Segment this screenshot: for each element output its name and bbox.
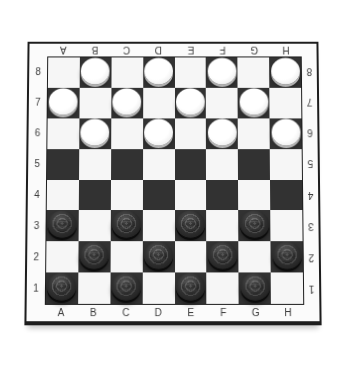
square-f2[interactable]: ⛂	[207, 241, 239, 272]
piece-black-f2[interactable]: ⛂	[208, 242, 237, 269]
white-man-glyph: ⛀	[244, 91, 262, 113]
square-a5[interactable]	[47, 149, 79, 180]
square-b1[interactable]	[78, 273, 110, 304]
rank-label-right-7: 7	[302, 87, 317, 118]
file-label-top-b: B	[79, 44, 111, 57]
white-man-glyph: ⛀	[149, 121, 167, 143]
piece-white-d6[interactable]: ⛀	[144, 119, 173, 146]
square-c8[interactable]	[111, 57, 143, 87]
file-label-top-g: G	[238, 44, 270, 57]
piece-black-e3[interactable]: ⛂	[176, 211, 205, 238]
white-man-glyph: ⛀	[276, 60, 294, 82]
square-d5[interactable]	[143, 149, 175, 180]
piece-black-g1[interactable]: ⛂	[240, 273, 269, 300]
file-label-bottom-d: D	[142, 305, 174, 321]
square-h4[interactable]	[270, 180, 302, 211]
file-label-bottom-a: A	[45, 305, 78, 321]
square-g7[interactable]: ⛀	[238, 88, 270, 118]
square-b6[interactable]: ⛀	[79, 118, 111, 149]
file-label-top-h: H	[270, 44, 302, 57]
left-rank-labels: 87654321	[27, 56, 48, 304]
black-man-glyph: ⛂	[117, 213, 136, 235]
square-c1[interactable]: ⛂	[110, 273, 142, 304]
file-label-top-c: C	[111, 44, 143, 57]
rank-label-left-8: 8	[29, 56, 47, 87]
square-g8[interactable]	[238, 57, 270, 87]
file-label-bottom-h: H	[272, 305, 305, 321]
rank-label-right-1: 1	[304, 273, 319, 305]
piece-black-d2[interactable]: ⛂	[144, 242, 173, 269]
square-f8[interactable]: ⛀	[206, 57, 238, 87]
file-label-bottom-f: F	[207, 305, 240, 321]
file-label-bottom-b: B	[77, 305, 110, 321]
square-c6[interactable]	[111, 118, 143, 149]
piece-black-g3[interactable]: ⛂	[240, 211, 269, 238]
piece-white-a7[interactable]: ⛀	[49, 88, 78, 115]
square-d7[interactable]	[143, 88, 175, 118]
top-file-labels: ABCDEFGH	[47, 44, 302, 57]
square-h5[interactable]	[270, 149, 302, 180]
square-d3[interactable]	[142, 210, 174, 241]
square-g3[interactable]: ⛂	[238, 210, 270, 241]
square-g1[interactable]: ⛂	[239, 273, 271, 304]
file-label-top-e: E	[174, 44, 206, 57]
piece-white-g7[interactable]: ⛀	[239, 88, 268, 115]
square-f1[interactable]	[207, 273, 239, 304]
piece-white-f6[interactable]: ⛀	[208, 119, 237, 146]
square-g6[interactable]	[238, 118, 270, 149]
square-e2[interactable]	[175, 241, 207, 272]
piece-white-b6[interactable]: ⛀	[81, 119, 110, 146]
rank-label-right-8: 8	[302, 56, 317, 87]
square-e3[interactable]: ⛂	[175, 210, 207, 241]
square-a4[interactable]	[47, 180, 79, 211]
rank-label-left-5: 5	[28, 149, 46, 180]
black-man-glyph: ⛂	[149, 244, 168, 266]
rank-label-right-3: 3	[303, 211, 318, 242]
right-rank-labels: 87654321	[302, 56, 320, 304]
rank-label-left-7: 7	[29, 87, 47, 118]
piece-black-e1[interactable]: ⛂	[176, 273, 205, 300]
square-f6[interactable]: ⛀	[206, 118, 238, 149]
white-man-glyph: ⛀	[86, 60, 104, 82]
piece-white-h6[interactable]: ⛀	[271, 119, 300, 146]
checkers-board: ABCDEFGH 87654321 ⛀⛀⛀⛀⛀⛀⛀⛀⛀⛀⛀⛀⛂⛂⛂⛂⛂⛂⛂⛂⛂⛂…	[24, 42, 321, 326]
square-f5[interactable]	[206, 149, 238, 180]
black-man-glyph: ⛂	[117, 276, 136, 298]
square-f4[interactable]	[206, 180, 238, 211]
square-b2[interactable]: ⛂	[78, 241, 110, 272]
square-h7[interactable]	[269, 88, 301, 118]
file-label-bottom-e: E	[175, 305, 207, 321]
square-e8[interactable]	[174, 57, 206, 87]
piece-black-a3[interactable]: ⛂	[48, 211, 77, 238]
square-a6[interactable]	[47, 118, 79, 149]
file-label-top-a: A	[47, 44, 79, 57]
square-f3[interactable]	[206, 210, 238, 241]
white-man-glyph: ⛀	[276, 121, 295, 143]
piece-black-h2[interactable]: ⛂	[272, 242, 301, 269]
piece-black-c1[interactable]: ⛂	[112, 273, 141, 300]
rank-label-left-4: 4	[28, 180, 46, 211]
white-man-glyph: ⛀	[213, 60, 231, 82]
square-b5[interactable]	[79, 149, 111, 180]
black-man-glyph: ⛂	[245, 276, 264, 298]
square-c3[interactable]: ⛂	[110, 210, 142, 241]
piece-white-f8[interactable]: ⛀	[207, 58, 236, 84]
square-e6[interactable]	[174, 118, 206, 149]
square-e7[interactable]: ⛀	[174, 88, 206, 118]
square-d8[interactable]: ⛀	[143, 57, 175, 87]
white-man-glyph: ⛀	[54, 91, 73, 113]
square-g2[interactable]	[239, 241, 271, 272]
square-h2[interactable]: ⛂	[271, 241, 303, 272]
piece-white-h8[interactable]: ⛀	[271, 58, 300, 84]
black-man-glyph: ⛂	[277, 244, 296, 266]
square-c5[interactable]	[111, 149, 143, 180]
square-b3[interactable]	[78, 210, 110, 241]
piece-white-b8[interactable]: ⛀	[81, 58, 110, 84]
square-a8[interactable]	[48, 57, 80, 87]
rank-label-left-3: 3	[27, 211, 45, 242]
square-b7[interactable]	[79, 88, 111, 118]
square-d2[interactable]: ⛂	[142, 241, 174, 272]
file-label-bottom-c: C	[110, 305, 143, 321]
white-man-glyph: ⛀	[150, 60, 168, 82]
rank-label-left-1: 1	[27, 273, 45, 305]
square-a2[interactable]	[46, 241, 78, 272]
black-man-glyph: ⛂	[213, 244, 232, 266]
square-c2[interactable]	[110, 241, 142, 272]
square-a3[interactable]: ⛂	[46, 210, 78, 241]
piece-black-b2[interactable]: ⛂	[80, 242, 109, 269]
square-g5[interactable]	[238, 149, 270, 180]
black-man-glyph: ⛂	[53, 276, 72, 298]
square-b4[interactable]	[79, 180, 111, 211]
square-d4[interactable]	[143, 180, 175, 211]
square-h3[interactable]	[270, 210, 302, 241]
file-label-bottom-g: G	[239, 305, 272, 321]
square-a7[interactable]: ⛀	[48, 88, 80, 118]
piece-black-c3[interactable]: ⛂	[112, 211, 141, 238]
square-d6[interactable]: ⛀	[143, 118, 175, 149]
black-man-glyph: ⛂	[181, 276, 200, 298]
square-e1[interactable]: ⛂	[175, 273, 207, 304]
rank-label-left-2: 2	[27, 242, 45, 273]
white-man-glyph: ⛀	[118, 91, 136, 113]
piece-black-a1[interactable]: ⛂	[47, 273, 76, 300]
white-man-glyph: ⛀	[86, 121, 104, 143]
square-f7[interactable]	[206, 88, 238, 118]
black-man-glyph: ⛂	[53, 213, 72, 235]
black-man-glyph: ⛂	[181, 213, 200, 235]
square-e5[interactable]	[174, 149, 206, 180]
rank-label-right-2: 2	[304, 242, 319, 273]
square-h8[interactable]: ⛀	[269, 57, 301, 87]
square-c7[interactable]: ⛀	[111, 88, 143, 118]
bottom-file-labels: ABCDEFGH	[45, 305, 305, 321]
piece-white-c7[interactable]: ⛀	[113, 88, 142, 115]
rank-label-right-5: 5	[303, 149, 318, 180]
rank-label-right-4: 4	[303, 180, 318, 211]
square-g4[interactable]	[238, 180, 270, 211]
black-man-glyph: ⛂	[85, 244, 104, 266]
square-b8[interactable]: ⛀	[80, 57, 112, 87]
white-man-glyph: ⛀	[181, 91, 199, 113]
file-label-top-f: F	[206, 44, 238, 57]
rank-label-right-6: 6	[302, 118, 317, 149]
square-d1[interactable]	[142, 273, 174, 304]
square-c4[interactable]	[111, 180, 143, 211]
square-h6[interactable]: ⛀	[270, 118, 302, 149]
black-man-glyph: ⛂	[245, 213, 264, 235]
square-h1[interactable]	[271, 273, 303, 304]
square-e4[interactable]	[174, 180, 206, 211]
playing-field: ⛀⛀⛀⛀⛀⛀⛀⛀⛀⛀⛀⛀⛂⛂⛂⛂⛂⛂⛂⛂⛂⛂⛂⛂	[45, 56, 304, 304]
square-a1[interactable]: ⛂	[46, 273, 78, 304]
rank-label-left-6: 6	[28, 118, 46, 149]
product-photo-background: ABCDEFGH 87654321 ⛀⛀⛀⛀⛀⛀⛀⛀⛀⛀⛀⛀⛂⛂⛂⛂⛂⛂⛂⛂⛂⛂…	[0, 0, 346, 371]
file-label-top-d: D	[143, 44, 175, 57]
piece-white-e7[interactable]: ⛀	[176, 88, 205, 115]
piece-white-d8[interactable]: ⛀	[144, 58, 173, 84]
white-man-glyph: ⛀	[213, 121, 231, 143]
